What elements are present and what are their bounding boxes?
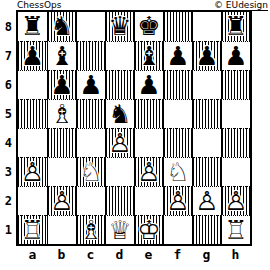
piece-black-knight: ♞ [48, 12, 76, 41]
black-pawn-glyph: ♟ [77, 71, 105, 99]
white-pawn-outline: ♙ [135, 158, 163, 186]
square-d2[interactable] [105, 186, 134, 215]
black-pawn-glyph: ♟ [18, 42, 47, 70]
square-h8[interactable]: ♜ [221, 12, 250, 41]
piece-black-bishop: ♝ [135, 42, 163, 70]
app-title: ChessOps [17, 0, 61, 10]
square-d6[interactable] [105, 70, 134, 99]
file-label-a: a [18, 247, 47, 263]
square-a1[interactable]: ♜♖ [18, 215, 47, 244]
black-rook-glyph: ♜ [18, 12, 47, 41]
piece-black-rook: ♜ [222, 12, 250, 41]
black-pawn-glyph: ♟ [222, 42, 250, 70]
square-e6[interactable]: ♟ [134, 70, 163, 99]
square-g1[interactable] [192, 215, 221, 244]
white-king-outline: ♔ [135, 216, 163, 244]
piece-white-knight: ♞♘ [164, 158, 192, 186]
square-b2[interactable]: ♟♙ [47, 186, 76, 215]
white-queen-outline: ♕ [106, 216, 134, 244]
rank-labels: 87654321 [0, 12, 14, 244]
file-label-e: e [134, 247, 163, 263]
piece-white-bishop: ♝♗ [48, 100, 76, 128]
file-labels: abcdefgh [18, 247, 250, 263]
square-a7[interactable]: ♟ [18, 41, 47, 70]
piece-white-pawn: ♟♙ [193, 187, 221, 215]
square-c5[interactable] [76, 99, 105, 128]
white-knight-outline: ♘ [77, 158, 105, 186]
square-e4[interactable] [134, 128, 163, 157]
white-pawn-outline: ♙ [48, 187, 76, 215]
square-c2[interactable] [76, 186, 105, 215]
square-f3[interactable]: ♞♘ [163, 157, 192, 186]
rank-label-1: 1 [0, 215, 14, 244]
square-c1[interactable]: ♝♗ [76, 215, 105, 244]
square-c6[interactable]: ♟ [76, 70, 105, 99]
square-b3[interactable] [47, 157, 76, 186]
square-f2[interactable]: ♟♙ [163, 186, 192, 215]
black-pawn-glyph: ♟ [193, 42, 221, 70]
white-pawn-outline: ♙ [222, 187, 250, 215]
square-e3[interactable]: ♟♙ [134, 157, 163, 186]
piece-white-queen: ♛♕ [106, 216, 134, 244]
piece-black-king: ♚ [135, 12, 163, 41]
rank-label-8: 8 [0, 12, 14, 41]
square-b1[interactable] [47, 215, 76, 244]
file-label-c: c [76, 247, 105, 263]
square-h5[interactable] [221, 99, 250, 128]
piece-black-pawn: ♟ [193, 42, 221, 70]
square-c4[interactable] [76, 128, 105, 157]
rank-label-3: 3 [0, 157, 14, 186]
square-b6[interactable]: ♟ [47, 70, 76, 99]
square-g3[interactable] [192, 157, 221, 186]
square-h6[interactable] [221, 70, 250, 99]
square-c8[interactable] [76, 12, 105, 41]
square-h2[interactable]: ♟♙ [221, 186, 250, 215]
rank-label-4: 4 [0, 128, 14, 157]
square-a8[interactable]: ♜ [18, 12, 47, 41]
square-a4[interactable] [18, 128, 47, 157]
piece-black-rook: ♜ [18, 12, 47, 41]
white-bishop-outline: ♗ [77, 216, 105, 244]
piece-white-pawn: ♟♙ [106, 129, 134, 157]
piece-white-rook: ♜♖ [222, 216, 250, 244]
square-f5[interactable] [163, 99, 192, 128]
square-a5[interactable] [18, 99, 47, 128]
white-pawn-outline: ♙ [164, 187, 192, 215]
piece-black-pawn: ♟ [164, 42, 192, 70]
piece-black-pawn: ♟ [135, 71, 163, 99]
piece-white-knight: ♞♘ [77, 158, 105, 186]
square-f6[interactable] [163, 70, 192, 99]
chess-board: ♜♞♛♚♜♟♝♝♟♟♟♟♟♟♝♗♞♟♙♟♙♞♘♟♙♞♘♟♙♟♙♟♙♟♙♜♖♝♗♛… [16, 10, 252, 246]
square-h1[interactable]: ♜♖ [221, 215, 250, 244]
piece-white-king: ♚♔ [135, 216, 163, 244]
file-label-h: h [221, 247, 250, 263]
square-c3[interactable]: ♞♘ [76, 157, 105, 186]
piece-white-pawn: ♟♙ [48, 187, 76, 215]
square-d1[interactable]: ♛♕ [105, 215, 134, 244]
piece-white-pawn: ♟♙ [164, 187, 192, 215]
piece-black-queen: ♛ [106, 12, 134, 41]
square-a2[interactable] [18, 186, 47, 215]
square-b4[interactable] [47, 128, 76, 157]
square-h3[interactable] [221, 157, 250, 186]
square-e5[interactable] [134, 99, 163, 128]
black-king-glyph: ♚ [135, 12, 163, 41]
black-knight-glyph: ♞ [48, 12, 76, 41]
file-label-b: b [47, 247, 76, 263]
piece-white-pawn: ♟♙ [135, 158, 163, 186]
square-e8[interactable]: ♚ [134, 12, 163, 41]
credit: © EUdesign [214, 0, 268, 10]
square-b8[interactable]: ♞ [47, 12, 76, 41]
piece-black-pawn: ♟ [18, 42, 47, 70]
square-a3[interactable]: ♟♙ [18, 157, 47, 186]
square-e2[interactable] [134, 186, 163, 215]
square-g8[interactable] [192, 12, 221, 41]
square-h7[interactable]: ♟ [221, 41, 250, 70]
black-pawn-glyph: ♟ [164, 42, 192, 70]
black-bishop-glyph: ♝ [135, 42, 163, 70]
black-rook-glyph: ♜ [222, 12, 250, 41]
square-f4[interactable] [163, 128, 192, 157]
square-g6[interactable] [192, 70, 221, 99]
square-f7[interactable]: ♟ [163, 41, 192, 70]
black-pawn-glyph: ♟ [135, 71, 163, 99]
white-knight-outline: ♘ [164, 158, 192, 186]
rank-label-2: 2 [0, 186, 14, 215]
square-f8[interactable] [163, 12, 192, 41]
piece-white-pawn: ♟♙ [222, 187, 250, 215]
black-pawn-glyph: ♟ [48, 71, 76, 99]
white-pawn-outline: ♙ [106, 129, 134, 157]
piece-white-bishop: ♝♗ [77, 216, 105, 244]
white-rook-outline: ♖ [18, 216, 47, 244]
square-h4[interactable] [221, 128, 250, 157]
file-label-f: f [163, 247, 192, 263]
black-queen-glyph: ♛ [106, 12, 134, 41]
square-d7[interactable] [105, 41, 134, 70]
square-f1[interactable] [163, 215, 192, 244]
square-b5[interactable]: ♝♗ [47, 99, 76, 128]
square-a6[interactable] [18, 70, 47, 99]
square-e7[interactable]: ♝ [134, 41, 163, 70]
file-label-d: d [105, 247, 134, 263]
piece-black-bishop: ♝ [48, 42, 76, 70]
piece-black-pawn: ♟ [48, 71, 76, 99]
white-pawn-outline: ♙ [18, 158, 47, 186]
black-bishop-glyph: ♝ [48, 42, 76, 70]
file-label-g: g [192, 247, 221, 263]
square-g5[interactable] [192, 99, 221, 128]
square-d8[interactable]: ♛ [105, 12, 134, 41]
white-rook-outline: ♖ [222, 216, 250, 244]
rank-label-6: 6 [0, 70, 14, 99]
black-knight-glyph: ♞ [106, 100, 134, 128]
piece-white-pawn: ♟♙ [18, 158, 47, 186]
rank-label-5: 5 [0, 99, 14, 128]
square-c7[interactable] [76, 41, 105, 70]
piece-black-pawn: ♟ [77, 71, 105, 99]
piece-white-rook: ♜♖ [18, 216, 47, 244]
square-g4[interactable] [192, 128, 221, 157]
piece-black-knight: ♞ [106, 100, 134, 128]
square-g2[interactable]: ♟♙ [192, 186, 221, 215]
rank-label-7: 7 [0, 41, 14, 70]
square-d3[interactable] [105, 157, 134, 186]
square-d5[interactable]: ♞ [105, 99, 134, 128]
square-g7[interactable]: ♟ [192, 41, 221, 70]
square-d4[interactable]: ♟♙ [105, 128, 134, 157]
white-bishop-outline: ♗ [48, 100, 76, 128]
piece-black-pawn: ♟ [222, 42, 250, 70]
square-e1[interactable]: ♚♔ [134, 215, 163, 244]
square-b7[interactable]: ♝ [47, 41, 76, 70]
white-pawn-outline: ♙ [193, 187, 221, 215]
